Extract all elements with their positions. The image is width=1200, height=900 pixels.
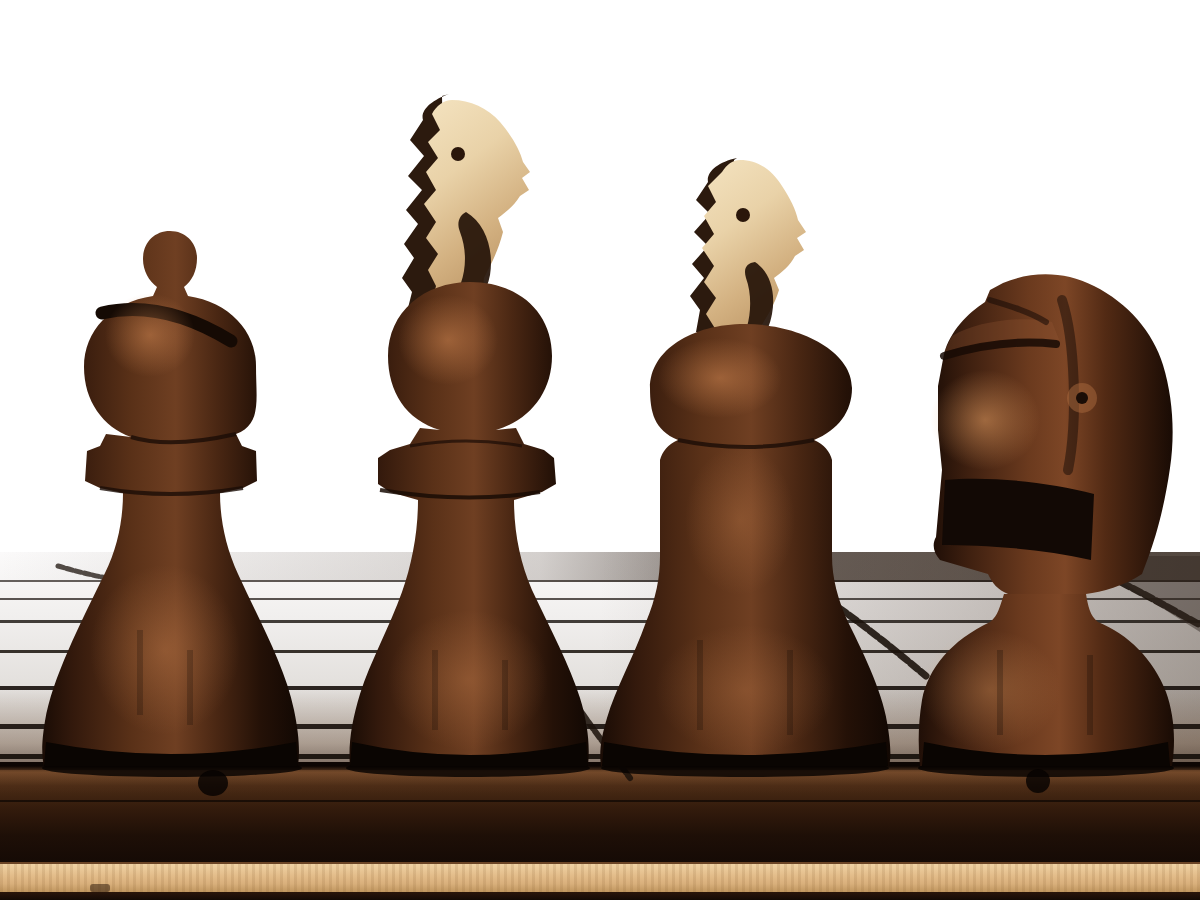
knight-light-head-tall xyxy=(600,158,890,766)
shadow-drip-knight4 xyxy=(1026,769,1050,793)
knight3-waist-sheen xyxy=(685,445,795,595)
knight2-eye xyxy=(451,147,465,161)
knight3-base-sheen xyxy=(655,625,835,755)
knight-light-head-short xyxy=(349,94,588,766)
knight4-muzzle-sheen xyxy=(930,370,1040,470)
chess-pieces-photo xyxy=(0,0,1200,900)
bishop-piece xyxy=(42,231,299,766)
bishop-head-sheen xyxy=(105,293,195,377)
knight2-ball-sheen xyxy=(398,295,498,385)
knight4-eye xyxy=(1076,392,1088,404)
knight2-base-sheen xyxy=(388,610,548,750)
shadow-drip-bishop xyxy=(198,770,228,796)
pieces-layer xyxy=(0,0,1200,900)
bishop-base-sheen xyxy=(90,565,240,735)
knight4-base-sheen xyxy=(920,630,1060,750)
knight3-eye xyxy=(736,208,750,222)
knight3-bulb-sheen xyxy=(658,338,782,418)
knight-dark-carved xyxy=(919,274,1174,766)
